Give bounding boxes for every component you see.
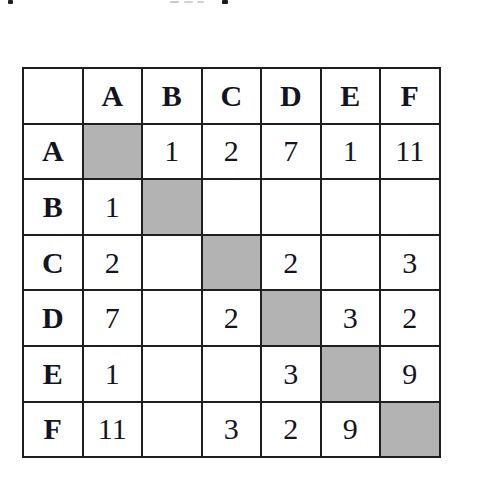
cell-B-B xyxy=(143,180,201,234)
cell-C-C xyxy=(203,236,261,290)
cell-E-E xyxy=(322,347,380,401)
cell-D-F: 2 xyxy=(381,291,439,345)
cell-E-D: 3 xyxy=(262,347,320,401)
cell-B-A: 1 xyxy=(84,180,142,234)
col-header-A: A xyxy=(84,69,142,123)
row-header-E: E xyxy=(24,347,82,401)
col-header-B: B xyxy=(143,69,201,123)
cell-A-B: 1 xyxy=(143,125,201,179)
cell-A-C: 2 xyxy=(203,125,261,179)
row-header-F: F xyxy=(24,403,82,457)
distance-table: ABCDEFA127111B1C223D7232E139F11329 xyxy=(22,67,441,458)
corner-cell xyxy=(24,69,82,123)
cell-C-D: 2 xyxy=(262,236,320,290)
cell-E-F: 9 xyxy=(381,347,439,401)
cropped-text-fragment xyxy=(170,1,179,3)
cell-D-D xyxy=(262,291,320,345)
cell-D-B xyxy=(143,291,201,345)
cell-A-A xyxy=(84,125,142,179)
col-header-C: C xyxy=(203,69,261,123)
cell-C-B xyxy=(143,236,201,290)
col-header-D: D xyxy=(262,69,320,123)
cell-A-F: 11 xyxy=(381,125,439,179)
cell-B-D xyxy=(262,180,320,234)
row-header-B: B xyxy=(24,180,82,234)
cell-C-F: 3 xyxy=(381,236,439,290)
cropped-text-fragment xyxy=(184,1,193,3)
cell-D-E: 3 xyxy=(322,291,380,345)
cell-E-A: 1 xyxy=(84,347,142,401)
col-header-E: E xyxy=(322,69,380,123)
cell-C-E xyxy=(322,236,380,290)
cell-B-E xyxy=(322,180,380,234)
cell-F-B xyxy=(143,403,201,457)
col-header-F: F xyxy=(381,69,439,123)
row-header-D: D xyxy=(24,291,82,345)
cell-F-D: 2 xyxy=(262,403,320,457)
cell-E-B xyxy=(143,347,201,401)
cell-F-F xyxy=(381,403,439,457)
cell-B-F xyxy=(381,180,439,234)
cell-A-D: 7 xyxy=(262,125,320,179)
cropped-text-fragment xyxy=(222,0,228,4)
cell-B-C xyxy=(203,180,261,234)
cell-D-A: 7 xyxy=(84,291,142,345)
cell-F-A: 11 xyxy=(84,403,142,457)
cell-A-E: 1 xyxy=(322,125,380,179)
row-header-C: C xyxy=(24,236,82,290)
cropped-text-fragment xyxy=(8,0,13,4)
cell-D-C: 2 xyxy=(203,291,261,345)
cell-E-C xyxy=(203,347,261,401)
cell-F-E: 9 xyxy=(322,403,380,457)
cell-C-A: 2 xyxy=(84,236,142,290)
cropped-text-fragment xyxy=(197,1,204,3)
cell-F-C: 3 xyxy=(203,403,261,457)
row-header-A: A xyxy=(24,125,82,179)
